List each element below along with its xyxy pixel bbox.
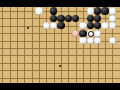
highlighted-pink-stone[interactable] [72,30,79,37]
black-stone[interactable] [94,22,101,29]
white-stone[interactable] [94,30,101,37]
black-stone[interactable] [87,15,94,22]
bottom-letterbox-bar [0,83,120,90]
go-board[interactable] [0,7,120,83]
white-stone[interactable] [109,37,116,44]
white-stone[interactable] [79,37,86,44]
white-stone[interactable] [50,22,57,29]
white-stone[interactable] [101,22,108,29]
black-stone[interactable] [57,15,64,22]
white-stone[interactable] [109,22,116,29]
white-stone[interactable] [35,7,42,14]
white-stone[interactable] [109,15,116,22]
black-stone[interactable] [50,15,57,22]
grid-line-horizontal [0,63,120,64]
black-stone[interactable] [57,22,64,29]
black-stone[interactable] [72,15,79,22]
grid-line-horizontal [0,70,120,71]
grid-line-horizontal [0,48,120,49]
black-stone[interactable] [79,30,86,37]
black-stone[interactable] [50,7,57,14]
white-stone[interactable] [109,7,116,14]
black-stone[interactable] [94,15,101,22]
white-stone[interactable] [94,37,101,44]
top-letterbox-bar [0,0,120,7]
white-stone[interactable] [79,22,86,29]
white-stone[interactable] [87,37,94,44]
black-stone[interactable] [94,7,101,14]
star-point [27,27,29,29]
white-stone[interactable] [87,7,94,14]
marked-white-stone[interactable] [87,30,94,37]
star-point [59,65,61,67]
white-stone[interactable] [43,22,50,29]
grid-line-horizontal [0,41,120,42]
grid-line-horizontal [0,33,120,34]
black-stone[interactable] [101,7,108,14]
black-stone[interactable] [65,15,72,22]
grid-line-horizontal [0,78,120,79]
video-frame [0,0,120,90]
grid-line-horizontal [0,55,120,56]
black-stone[interactable] [87,22,94,29]
